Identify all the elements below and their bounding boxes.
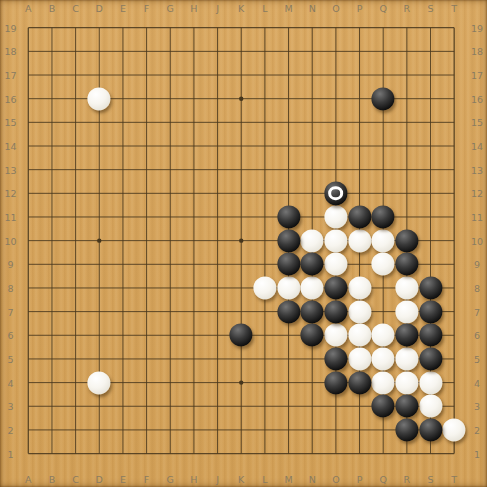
white-stone-D16[interactable] (88, 87, 111, 110)
white-stone-P8[interactable] (348, 276, 371, 299)
black-stone-O4[interactable] (324, 371, 347, 394)
black-stone-Q3[interactable] (372, 395, 395, 418)
black-stone-S2[interactable] (419, 418, 442, 441)
black-stone-S7[interactable] (419, 300, 442, 323)
white-stone-O10[interactable] (324, 229, 347, 252)
white-stone-S3[interactable] (419, 395, 442, 418)
white-stone-P7[interactable] (348, 300, 371, 323)
black-stone-Q16[interactable] (372, 87, 395, 110)
black-stone-M11[interactable] (277, 205, 300, 228)
white-stone-M8[interactable] (277, 276, 300, 299)
white-stone-Q10[interactable] (372, 229, 395, 252)
black-stone-P4[interactable] (348, 371, 371, 394)
black-stone-N7[interactable] (301, 300, 324, 323)
black-stone-R6[interactable] (395, 324, 418, 347)
black-stone-O7[interactable] (324, 300, 347, 323)
black-stone-R3[interactable] (395, 395, 418, 418)
black-stone-M10[interactable] (277, 229, 300, 252)
black-stone-N6[interactable] (301, 324, 324, 347)
white-stone-Q4[interactable] (372, 371, 395, 394)
white-stone-O6[interactable] (324, 324, 347, 347)
black-stone-R9[interactable] (395, 253, 418, 276)
black-stone-R2[interactable] (395, 418, 418, 441)
black-stone-O8[interactable] (324, 276, 347, 299)
black-stone-S5[interactable] (419, 347, 442, 370)
white-stone-S4[interactable] (419, 371, 442, 394)
white-stone-N10[interactable] (301, 229, 324, 252)
white-stone-R8[interactable] (395, 276, 418, 299)
black-stone-N9[interactable] (301, 253, 324, 276)
white-stone-D4[interactable] (88, 371, 111, 394)
white-stone-R4[interactable] (395, 371, 418, 394)
white-stone-Q6[interactable] (372, 324, 395, 347)
white-stone-R7[interactable] (395, 300, 418, 323)
black-stone-S8[interactable] (419, 276, 442, 299)
white-stone-L8[interactable] (253, 276, 276, 299)
black-stone-S6[interactable] (419, 324, 442, 347)
black-stone-M7[interactable] (277, 300, 300, 323)
black-stone-P11[interactable] (348, 205, 371, 228)
white-stone-N8[interactable] (301, 276, 324, 299)
black-stone-R10[interactable] (395, 229, 418, 252)
white-stone-O11[interactable] (324, 205, 347, 228)
black-stone-O5[interactable] (324, 347, 347, 370)
white-stone-P5[interactable] (348, 347, 371, 370)
black-stone-Q11[interactable] (372, 205, 395, 228)
go-board[interactable]: AABBCCDDEEFFGGHHJJKKLLMMNNOOPPQQRRSSTT19… (0, 0, 487, 487)
black-stone-M9[interactable] (277, 253, 300, 276)
white-stone-R5[interactable] (395, 347, 418, 370)
black-stone-K6[interactable] (230, 324, 253, 347)
white-stone-P10[interactable] (348, 229, 371, 252)
white-stone-Q9[interactable] (372, 253, 395, 276)
white-stone-Q5[interactable] (372, 347, 395, 370)
white-stone-O9[interactable] (324, 253, 347, 276)
white-stone-P6[interactable] (348, 324, 371, 347)
white-stone-T2[interactable] (443, 418, 466, 441)
last-move-marker (329, 186, 344, 201)
stone-layer[interactable] (0, 0, 487, 487)
black-stone-O12[interactable] (324, 182, 347, 205)
